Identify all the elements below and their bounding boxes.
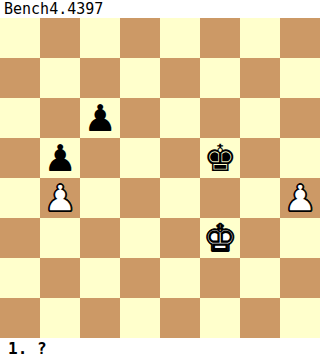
- square-d7[interactable]: [120, 58, 160, 98]
- square-c6[interactable]: ♟: [80, 98, 120, 138]
- square-d8[interactable]: [120, 18, 160, 58]
- square-h4[interactable]: ♟: [280, 178, 320, 218]
- square-c7[interactable]: [80, 58, 120, 98]
- square-b1[interactable]: [40, 298, 80, 338]
- square-g3[interactable]: [240, 218, 280, 258]
- chess-board: ♟♟♚♟♟♚: [0, 18, 320, 338]
- square-h2[interactable]: [280, 258, 320, 298]
- square-g1[interactable]: [240, 298, 280, 338]
- square-g6[interactable]: [240, 98, 280, 138]
- black-pawn[interactable]: ♟: [43, 139, 76, 178]
- black-king[interactable]: ♚: [203, 139, 236, 178]
- square-e7[interactable]: [160, 58, 200, 98]
- square-c1[interactable]: [80, 298, 120, 338]
- square-a8[interactable]: [0, 18, 40, 58]
- square-h7[interactable]: [280, 58, 320, 98]
- square-g7[interactable]: [240, 58, 280, 98]
- square-e4[interactable]: [160, 178, 200, 218]
- square-b6[interactable]: [40, 98, 80, 138]
- square-f7[interactable]: [200, 58, 240, 98]
- square-f6[interactable]: [200, 98, 240, 138]
- square-c5[interactable]: [80, 138, 120, 178]
- page-title: Bench4.4397: [4, 0, 103, 18]
- square-c8[interactable]: [80, 18, 120, 58]
- square-b3[interactable]: [40, 218, 80, 258]
- square-e6[interactable]: [160, 98, 200, 138]
- square-a4[interactable]: [0, 178, 40, 218]
- square-d4[interactable]: [120, 178, 160, 218]
- white-pawn[interactable]: ♟: [43, 179, 76, 218]
- square-e8[interactable]: [160, 18, 200, 58]
- square-f2[interactable]: [200, 258, 240, 298]
- square-f4[interactable]: [200, 178, 240, 218]
- square-f3[interactable]: ♚: [200, 218, 240, 258]
- square-h5[interactable]: [280, 138, 320, 178]
- square-b8[interactable]: [40, 18, 80, 58]
- square-c2[interactable]: [80, 258, 120, 298]
- square-b4[interactable]: ♟: [40, 178, 80, 218]
- square-a6[interactable]: [0, 98, 40, 138]
- square-b7[interactable]: [40, 58, 80, 98]
- square-d6[interactable]: [120, 98, 160, 138]
- square-d1[interactable]: [120, 298, 160, 338]
- square-c3[interactable]: [80, 218, 120, 258]
- square-h8[interactable]: [280, 18, 320, 58]
- chess-diagram-window: Bench4.4397 ♟♟♚♟♟♚ 1. ?: [0, 0, 320, 360]
- square-e5[interactable]: [160, 138, 200, 178]
- square-b5[interactable]: ♟: [40, 138, 80, 178]
- square-a2[interactable]: [0, 258, 40, 298]
- square-h6[interactable]: [280, 98, 320, 138]
- square-e2[interactable]: [160, 258, 200, 298]
- square-d3[interactable]: [120, 218, 160, 258]
- square-a3[interactable]: [0, 218, 40, 258]
- square-g8[interactable]: [240, 18, 280, 58]
- square-g5[interactable]: [240, 138, 280, 178]
- square-f8[interactable]: [200, 18, 240, 58]
- square-h1[interactable]: [280, 298, 320, 338]
- white-pawn[interactable]: ♟: [283, 179, 316, 218]
- white-king[interactable]: ♚: [203, 219, 236, 258]
- square-e1[interactable]: [160, 298, 200, 338]
- square-a5[interactable]: [0, 138, 40, 178]
- square-g4[interactable]: [240, 178, 280, 218]
- square-h3[interactable]: [280, 218, 320, 258]
- square-f1[interactable]: [200, 298, 240, 338]
- square-c4[interactable]: [80, 178, 120, 218]
- square-e3[interactable]: [160, 218, 200, 258]
- square-b2[interactable]: [40, 258, 80, 298]
- move-prompt: 1. ?: [8, 338, 47, 360]
- square-a7[interactable]: [0, 58, 40, 98]
- square-g2[interactable]: [240, 258, 280, 298]
- square-a1[interactable]: [0, 298, 40, 338]
- black-pawn[interactable]: ♟: [83, 99, 116, 138]
- square-d5[interactable]: [120, 138, 160, 178]
- square-d2[interactable]: [120, 258, 160, 298]
- square-f5[interactable]: ♚: [200, 138, 240, 178]
